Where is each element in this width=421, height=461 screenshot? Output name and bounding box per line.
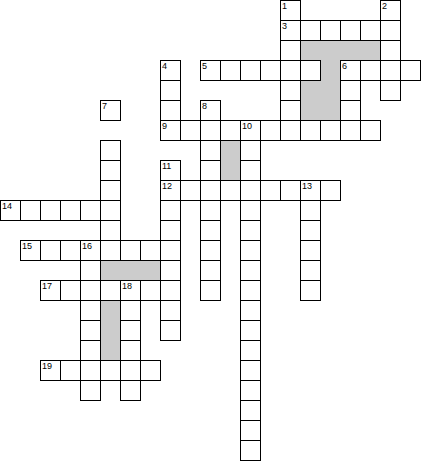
cell-14-2[interactable]: 17: [40, 280, 61, 301]
cell-14-6[interactable]: 18: [120, 280, 141, 301]
cell-5-14[interactable]: [280, 100, 301, 121]
blocked-cell-2-15: [300, 40, 321, 61]
cell-12-3[interactable]: [60, 240, 81, 261]
cell-14-10[interactable]: [200, 280, 221, 301]
cell-3-18[interactable]: [360, 60, 381, 81]
cell-11-8[interactable]: [160, 220, 181, 241]
cell-11-5[interactable]: [100, 220, 121, 241]
cell-15-12[interactable]: [240, 300, 261, 321]
blocked-cell-15-5: [100, 300, 121, 321]
cell-10-12[interactable]: [240, 200, 261, 221]
cell-14-3[interactable]: [60, 280, 81, 301]
cell-8-5[interactable]: [100, 160, 121, 181]
clue-number-19: 19: [42, 361, 52, 371]
cell-1-14[interactable]: 3: [280, 20, 301, 41]
cell-6-12[interactable]: 10: [240, 120, 261, 141]
cell-4-17[interactable]: [340, 80, 361, 101]
cell-6-9[interactable]: [180, 120, 201, 141]
cell-9-16[interactable]: [320, 180, 341, 201]
cell-6-18[interactable]: [360, 120, 381, 141]
cell-9-5[interactable]: [100, 180, 121, 201]
blocked-cell-13-7: [140, 260, 161, 281]
cell-9-12[interactable]: [240, 180, 261, 201]
clue-number-3: 3: [282, 21, 287, 31]
cell-12-8[interactable]: [160, 240, 181, 261]
clue-number-10: 10: [242, 121, 252, 131]
blocked-cell-16-5: [100, 320, 121, 341]
cell-17-6[interactable]: [120, 340, 141, 361]
cell-10-10[interactable]: [200, 200, 221, 221]
clue-number-8: 8: [202, 101, 207, 111]
blocked-cell-4-15: [300, 80, 321, 101]
blocked-cell-8-11: [220, 160, 241, 181]
clue-number-12: 12: [162, 181, 172, 191]
cell-14-7[interactable]: [140, 280, 161, 301]
cell-14-5[interactable]: [100, 280, 121, 301]
blocked-cell-5-15: [300, 100, 321, 121]
cell-15-6[interactable]: [120, 300, 141, 321]
cell-12-6[interactable]: [120, 240, 141, 261]
cell-15-8[interactable]: [160, 300, 181, 321]
cell-10-15[interactable]: [300, 200, 321, 221]
cell-12-12[interactable]: [240, 240, 261, 261]
cell-1-17[interactable]: [340, 20, 361, 41]
cell-18-6[interactable]: [120, 360, 141, 381]
cell-1-19[interactable]: [380, 20, 401, 41]
cell-12-4[interactable]: 16: [80, 240, 101, 261]
cell-6-15[interactable]: [300, 120, 321, 141]
cell-5-10[interactable]: 8: [200, 100, 221, 121]
cell-19-12[interactable]: [240, 380, 261, 401]
cell-10-4[interactable]: [80, 200, 101, 221]
cell-16-4[interactable]: [80, 320, 101, 341]
cell-3-13[interactable]: [260, 60, 281, 81]
cell-9-8[interactable]: 12: [160, 180, 181, 201]
blocked-cell-17-5: [100, 340, 121, 361]
cell-20-12[interactable]: [240, 400, 261, 421]
cell-3-19[interactable]: [380, 60, 401, 81]
cell-18-2[interactable]: 19: [40, 360, 61, 381]
cell-16-6[interactable]: [120, 320, 141, 341]
cell-10-0[interactable]: 14: [0, 200, 21, 221]
cell-3-10[interactable]: 5: [200, 60, 221, 81]
clue-number-11: 11: [162, 161, 171, 171]
cell-18-12[interactable]: [240, 360, 261, 381]
cell-0-14[interactable]: 1: [280, 0, 301, 21]
cell-3-8[interactable]: 4: [160, 60, 181, 81]
blocked-cell-13-5: [100, 260, 121, 281]
cell-18-5[interactable]: [100, 360, 121, 381]
clue-number-13: 13: [302, 181, 312, 191]
cell-4-14[interactable]: [280, 80, 301, 101]
cell-12-10[interactable]: [200, 240, 221, 261]
cell-19-6[interactable]: [120, 380, 141, 401]
cell-16-12[interactable]: [240, 320, 261, 341]
cell-9-13[interactable]: [260, 180, 281, 201]
cell-3-14[interactable]: [280, 60, 301, 81]
clue-number-17: 17: [42, 281, 52, 291]
cell-11-15[interactable]: [300, 220, 321, 241]
cell-11-10[interactable]: [200, 220, 221, 241]
cell-3-15[interactable]: [300, 60, 321, 81]
cell-13-10[interactable]: [200, 260, 221, 281]
blocked-cell-13-6: [120, 260, 141, 281]
cell-6-8[interactable]: 9: [160, 120, 181, 141]
cell-12-15[interactable]: [300, 240, 321, 261]
cell-13-12[interactable]: [240, 260, 261, 281]
cell-14-4[interactable]: [80, 280, 101, 301]
clue-number-9: 9: [162, 121, 167, 131]
cell-9-10[interactable]: [200, 180, 221, 201]
cell-4-8[interactable]: [160, 80, 181, 101]
cell-10-2[interactable]: [40, 200, 61, 221]
clue-number-15: 15: [22, 241, 32, 251]
cell-18-4[interactable]: [80, 360, 101, 381]
cell-10-5[interactable]: [100, 200, 121, 221]
cell-1-15[interactable]: [300, 20, 321, 41]
cell-5-17[interactable]: [340, 100, 361, 121]
blocked-cell-2-16: [320, 40, 341, 61]
cell-6-14[interactable]: [280, 120, 301, 141]
clue-number-2: 2: [382, 1, 387, 11]
cell-8-10[interactable]: [200, 160, 221, 181]
crossword-grid: 12345678910111213141516171819: [0, 0, 421, 461]
cell-10-3[interactable]: [60, 200, 81, 221]
cell-17-12[interactable]: [240, 340, 261, 361]
cell-5-8[interactable]: [160, 100, 181, 121]
cell-3-12[interactable]: [240, 60, 261, 81]
cell-8-12[interactable]: [240, 160, 261, 181]
cell-15-4[interactable]: [80, 300, 101, 321]
cell-7-5[interactable]: [100, 140, 121, 161]
cell-10-8[interactable]: [160, 200, 181, 221]
cell-12-1[interactable]: 15: [20, 240, 41, 261]
blocked-cell-2-17: [340, 40, 361, 61]
cell-19-4[interactable]: [80, 380, 101, 401]
cell-5-5[interactable]: 7: [100, 100, 121, 121]
clue-number-18: 18: [122, 281, 132, 291]
cell-9-14[interactable]: [280, 180, 301, 201]
blocked-cell-2-18: [360, 40, 381, 61]
cell-3-11[interactable]: [220, 60, 241, 81]
cell-21-12[interactable]: [240, 420, 261, 441]
blocked-cell-3-16: [320, 60, 341, 81]
cell-14-8[interactable]: [160, 280, 181, 301]
cell-1-18[interactable]: [360, 20, 381, 41]
cell-7-12[interactable]: [240, 140, 261, 161]
clue-number-14: 14: [2, 201, 12, 211]
cell-12-5[interactable]: [100, 240, 121, 261]
cell-9-9[interactable]: [180, 180, 201, 201]
cell-14-12[interactable]: [240, 280, 261, 301]
cell-9-15[interactable]: 13: [300, 180, 321, 201]
cell-18-3[interactable]: [60, 360, 81, 381]
clue-number-1: 1: [282, 1, 287, 11]
blocked-cell-7-11: [220, 140, 241, 161]
cell-16-8[interactable]: [160, 320, 181, 341]
cell-3-17[interactable]: 6: [340, 60, 361, 81]
cell-11-12[interactable]: [240, 220, 261, 241]
cell-18-7[interactable]: [140, 360, 161, 381]
cell-22-12[interactable]: [240, 440, 261, 461]
cell-2-19[interactable]: [380, 40, 401, 61]
clue-number-5: 5: [202, 61, 207, 71]
cell-1-16[interactable]: [320, 20, 341, 41]
cell-14-15[interactable]: [300, 280, 321, 301]
cell-0-19[interactable]: 2: [380, 0, 401, 21]
cell-3-20[interactable]: [400, 60, 421, 81]
cell-12-7[interactable]: [140, 240, 161, 261]
cell-17-4[interactable]: [80, 340, 101, 361]
cell-9-11[interactable]: [220, 180, 241, 201]
clue-number-7: 7: [102, 101, 107, 111]
clue-number-6: 6: [342, 61, 347, 71]
cell-10-1[interactable]: [20, 200, 41, 221]
blocked-cell-4-16: [320, 80, 341, 101]
cell-13-8[interactable]: [160, 260, 181, 281]
cell-8-8[interactable]: 11: [160, 160, 181, 181]
cell-6-16[interactable]: [320, 120, 341, 141]
cell-6-10[interactable]: [200, 120, 221, 141]
cell-2-14[interactable]: [280, 40, 301, 61]
clue-number-16: 16: [82, 241, 92, 251]
cell-6-13[interactable]: [260, 120, 281, 141]
cell-13-4[interactable]: [80, 260, 101, 281]
cell-12-2[interactable]: [40, 240, 61, 261]
cell-6-17[interactable]: [340, 120, 361, 141]
cell-6-11[interactable]: [220, 120, 241, 141]
clue-number-4: 4: [162, 61, 167, 71]
cell-4-19[interactable]: [380, 80, 401, 101]
blocked-cell-5-16: [320, 100, 341, 121]
cell-13-15[interactable]: [300, 260, 321, 281]
cell-7-10[interactable]: [200, 140, 221, 161]
